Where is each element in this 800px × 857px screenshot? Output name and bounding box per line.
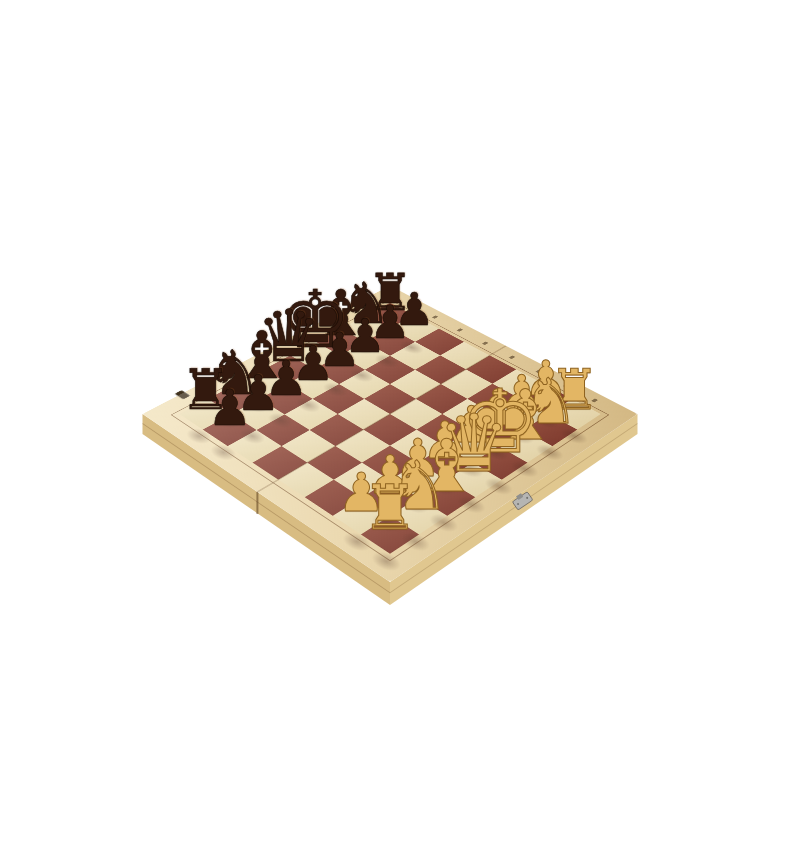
fold-seam-side bbox=[256, 492, 258, 514]
margin-coordinate-mark bbox=[482, 342, 489, 346]
piece-glyph: ♟ bbox=[207, 384, 252, 434]
product-photo-stage: ♜♞♝♛♚♝♞♜♟♟♟♟♟♟♟♟♟♟♟♟♟♟♟♟♜♞♝♛♚♝♞♜ bbox=[0, 0, 800, 857]
margin-coordinate-mark bbox=[457, 328, 463, 332]
margin-coordinate-mark bbox=[508, 355, 515, 359]
piece-glyph: ♜ bbox=[362, 477, 418, 539]
